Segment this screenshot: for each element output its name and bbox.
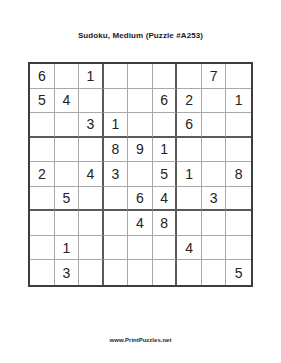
cell-r2c7[interactable]: 2 [177, 89, 202, 114]
cell-r2c6[interactable]: 6 [153, 89, 178, 114]
cell-r8c3[interactable] [79, 236, 104, 261]
cell-r3c1[interactable] [30, 113, 55, 138]
cell-r4c8[interactable] [202, 138, 227, 163]
cell-r1c1[interactable]: 6 [30, 64, 55, 89]
cell-r3c2[interactable] [55, 113, 80, 138]
cell-r4c7[interactable] [177, 138, 202, 163]
cell-r8c4[interactable] [104, 236, 129, 261]
cell-r6c1[interactable] [30, 187, 55, 212]
cell-r6c9[interactable] [226, 187, 251, 212]
cell-r8c5[interactable] [128, 236, 153, 261]
cell-r3c4[interactable]: 1 [104, 113, 129, 138]
cell-r5c9[interactable]: 8 [226, 162, 251, 187]
page-title: Sudoku, Medium (Puzzle #A253) [0, 31, 281, 40]
cell-r7c1[interactable] [30, 211, 55, 236]
cell-r6c3[interactable] [79, 187, 104, 212]
cell-r7c7[interactable] [177, 211, 202, 236]
cell-r2c1[interactable]: 5 [30, 89, 55, 114]
cell-r3c9[interactable] [226, 113, 251, 138]
cell-r8c8[interactable] [202, 236, 227, 261]
cell-r6c2[interactable]: 5 [55, 187, 80, 212]
cell-r1c5[interactable] [128, 64, 153, 89]
cell-r7c6[interactable]: 8 [153, 211, 178, 236]
cell-r4c6[interactable]: 1 [153, 138, 178, 163]
cell-r5c4[interactable]: 3 [104, 162, 129, 187]
cell-r9c5[interactable] [128, 260, 153, 285]
cell-r1c4[interactable] [104, 64, 129, 89]
cell-r6c6[interactable]: 4 [153, 187, 178, 212]
cell-r9c9[interactable]: 5 [226, 260, 251, 285]
cell-r8c9[interactable] [226, 236, 251, 261]
cell-r9c6[interactable] [153, 260, 178, 285]
cell-r7c3[interactable] [79, 211, 104, 236]
cell-r9c3[interactable] [79, 260, 104, 285]
cell-r3c8[interactable] [202, 113, 227, 138]
cell-r1c6[interactable] [153, 64, 178, 89]
cell-r1c3[interactable]: 1 [79, 64, 104, 89]
cell-r8c1[interactable] [30, 236, 55, 261]
cell-r5c3[interactable]: 4 [79, 162, 104, 187]
cell-r5c2[interactable] [55, 162, 80, 187]
cell-r8c7[interactable]: 4 [177, 236, 202, 261]
cell-r4c2[interactable] [55, 138, 80, 163]
cell-r2c5[interactable] [128, 89, 153, 114]
cell-r7c4[interactable] [104, 211, 129, 236]
cell-r5c7[interactable]: 1 [177, 162, 202, 187]
cell-r3c7[interactable]: 6 [177, 113, 202, 138]
cell-r8c2[interactable]: 1 [55, 236, 80, 261]
cell-r1c7[interactable] [177, 64, 202, 89]
cell-r2c8[interactable] [202, 89, 227, 114]
cell-r9c4[interactable] [104, 260, 129, 285]
cell-r6c5[interactable]: 6 [128, 187, 153, 212]
cell-r5c1[interactable]: 2 [30, 162, 55, 187]
cell-r2c4[interactable] [104, 89, 129, 114]
cell-r6c4[interactable] [104, 187, 129, 212]
footer-url: www.PrintPuzzles.net [0, 337, 281, 343]
cell-r2c3[interactable] [79, 89, 104, 114]
cell-r2c2[interactable]: 4 [55, 89, 80, 114]
cell-r4c1[interactable] [30, 138, 55, 163]
cell-r6c7[interactable] [177, 187, 202, 212]
sudoku-page: Sudoku, Medium (Puzzle #A253) 6175462131… [0, 0, 281, 363]
cell-r7c5[interactable]: 4 [128, 211, 153, 236]
cell-r9c7[interactable] [177, 260, 202, 285]
cell-r4c3[interactable] [79, 138, 104, 163]
cell-r3c5[interactable] [128, 113, 153, 138]
sudoku-grid: 617546213168912435185643481435 [28, 62, 253, 287]
cell-r3c6[interactable] [153, 113, 178, 138]
cell-r5c5[interactable] [128, 162, 153, 187]
cell-r8c6[interactable] [153, 236, 178, 261]
cell-r4c9[interactable] [226, 138, 251, 163]
cell-r7c2[interactable] [55, 211, 80, 236]
cell-r3c3[interactable]: 3 [79, 113, 104, 138]
cell-r2c9[interactable]: 1 [226, 89, 251, 114]
cell-r5c6[interactable]: 5 [153, 162, 178, 187]
cell-r6c8[interactable]: 3 [202, 187, 227, 212]
cell-r7c9[interactable] [226, 211, 251, 236]
cell-r4c5[interactable]: 9 [128, 138, 153, 163]
cell-r7c8[interactable] [202, 211, 227, 236]
cell-r9c8[interactable] [202, 260, 227, 285]
cell-r9c2[interactable]: 3 [55, 260, 80, 285]
cell-r1c2[interactable] [55, 64, 80, 89]
cell-r5c8[interactable] [202, 162, 227, 187]
cell-r9c1[interactable] [30, 260, 55, 285]
cell-r1c8[interactable]: 7 [202, 64, 227, 89]
cell-r4c4[interactable]: 8 [104, 138, 129, 163]
cell-r1c9[interactable] [226, 64, 251, 89]
